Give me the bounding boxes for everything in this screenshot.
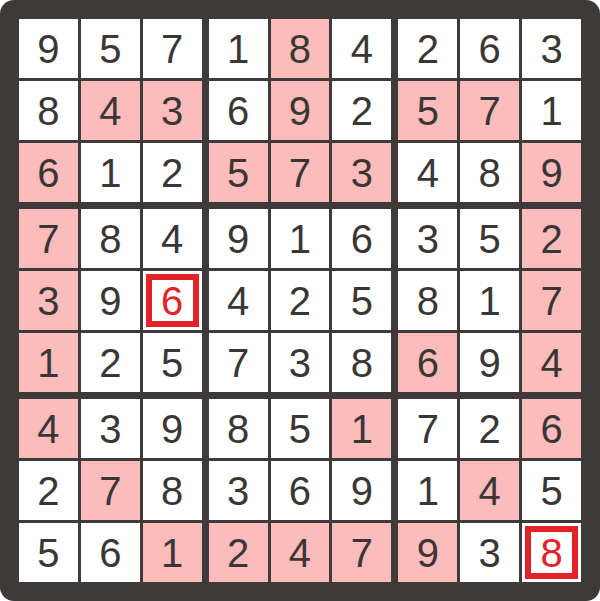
cell-r9c6[interactable]: 7 xyxy=(332,523,391,582)
box-6: 352817694 xyxy=(398,209,581,392)
digit: 5 xyxy=(479,219,501,259)
digit: 3 xyxy=(540,29,562,69)
digit: 7 xyxy=(99,471,121,511)
cell-r7c9[interactable]: 6 xyxy=(522,399,581,458)
cell-r6c6[interactable]: 8 xyxy=(332,333,391,392)
digit: 9 xyxy=(417,533,439,573)
cell-r3c4[interactable]: 5 xyxy=(209,143,268,202)
digit: 4 xyxy=(227,281,249,321)
digit: 8 xyxy=(161,471,183,511)
box-2: 184692573 xyxy=(209,19,392,202)
digit: 1 xyxy=(227,29,249,69)
digit: 2 xyxy=(161,153,183,193)
cell-r5c3[interactable]: 6 xyxy=(143,271,202,330)
cell-r8c4[interactable]: 3 xyxy=(209,461,268,520)
cell-r3c8[interactable]: 8 xyxy=(460,143,519,202)
digit: 5 xyxy=(351,281,373,321)
digit: 8 xyxy=(99,219,121,259)
cell-r2c2[interactable]: 4 xyxy=(81,81,140,140)
cell-r9c5[interactable]: 4 xyxy=(271,523,330,582)
digit: 9 xyxy=(289,91,311,131)
cell-r7c2[interactable]: 3 xyxy=(81,399,140,458)
digit: 2 xyxy=(479,409,501,449)
cell-r4c6[interactable]: 6 xyxy=(332,209,391,268)
cell-r7c5[interactable]: 5 xyxy=(271,399,330,458)
cell-r2c8[interactable]: 7 xyxy=(460,81,519,140)
digit: 9 xyxy=(99,281,121,321)
cell-r6c5[interactable]: 3 xyxy=(271,333,330,392)
cell-r4c7[interactable]: 3 xyxy=(398,209,457,268)
digit: 4 xyxy=(351,29,373,69)
digit: 2 xyxy=(227,533,249,573)
digit: 6 xyxy=(540,409,562,449)
cell-r3c2[interactable]: 1 xyxy=(81,143,140,202)
digit: 5 xyxy=(540,471,562,511)
digit: 7 xyxy=(227,343,249,383)
digit: 1 xyxy=(351,409,373,449)
cell-r2c9[interactable]: 1 xyxy=(522,81,581,140)
cell-r1c1[interactable]: 9 xyxy=(19,19,78,78)
digit: 9 xyxy=(227,219,249,259)
cell-r9c3[interactable]: 1 xyxy=(143,523,202,582)
cell-r9c2[interactable]: 6 xyxy=(81,523,140,582)
digit: 3 xyxy=(417,219,439,259)
digit: 7 xyxy=(351,533,373,573)
cell-r2c3[interactable]: 3 xyxy=(143,81,202,140)
digit: 3 xyxy=(289,343,311,383)
cell-r1c2[interactable]: 5 xyxy=(81,19,140,78)
cell-r9c9[interactable]: 8 xyxy=(522,523,581,582)
digit: 3 xyxy=(37,281,59,321)
cell-r6c7[interactable]: 6 xyxy=(398,333,457,392)
cell-r1c5[interactable]: 8 xyxy=(271,19,330,78)
cell-r6c3[interactable]: 5 xyxy=(143,333,202,392)
cell-r3c3[interactable]: 2 xyxy=(143,143,202,202)
cell-r5c5[interactable]: 2 xyxy=(271,271,330,330)
cell-r8c6[interactable]: 9 xyxy=(332,461,391,520)
cell-r8c8[interactable]: 4 xyxy=(460,461,519,520)
digit: 6 xyxy=(417,343,439,383)
cell-r9c4[interactable]: 2 xyxy=(209,523,268,582)
cell-r5c6[interactable]: 5 xyxy=(332,271,391,330)
cell-r7c6[interactable]: 1 xyxy=(332,399,391,458)
cell-r2c7[interactable]: 5 xyxy=(398,81,457,140)
digit: 6 xyxy=(351,219,373,259)
digit: 3 xyxy=(351,153,373,193)
cell-r9c8[interactable]: 3 xyxy=(460,523,519,582)
digit: 4 xyxy=(37,409,59,449)
digit: 9 xyxy=(351,471,373,511)
cell-r3c5[interactable]: 7 xyxy=(271,143,330,202)
digit: 6 xyxy=(479,29,501,69)
digit: 2 xyxy=(37,471,59,511)
digit: 6 xyxy=(99,533,121,573)
digit: 6 xyxy=(161,281,183,321)
digit: 3 xyxy=(99,409,121,449)
sudoku-board: 9578436121846925732635714897843961259164… xyxy=(0,0,600,601)
cell-r1c8[interactable]: 6 xyxy=(460,19,519,78)
cell-r4c5[interactable]: 1 xyxy=(271,209,330,268)
cell-r7c3[interactable]: 9 xyxy=(143,399,202,458)
digit: 2 xyxy=(289,281,311,321)
digit: 4 xyxy=(540,343,562,383)
cell-r8c3[interactable]: 8 xyxy=(143,461,202,520)
cell-r5c9[interactable]: 7 xyxy=(522,271,581,330)
digit: 5 xyxy=(289,409,311,449)
box-3: 263571489 xyxy=(398,19,581,202)
digit: 8 xyxy=(37,91,59,131)
cell-r6c8[interactable]: 9 xyxy=(460,333,519,392)
digit: 4 xyxy=(417,153,439,193)
cell-r3c6[interactable]: 3 xyxy=(332,143,391,202)
cell-r6c4[interactable]: 7 xyxy=(209,333,268,392)
cell-r8c7[interactable]: 1 xyxy=(398,461,457,520)
digit: 2 xyxy=(540,219,562,259)
box-1: 957843612 xyxy=(19,19,202,202)
cell-r5c2[interactable]: 9 xyxy=(81,271,140,330)
cell-r5c4[interactable]: 4 xyxy=(209,271,268,330)
digit: 2 xyxy=(99,343,121,383)
cell-r5c8[interactable]: 1 xyxy=(460,271,519,330)
cell-r1c6[interactable]: 4 xyxy=(332,19,391,78)
cell-r1c3[interactable]: 7 xyxy=(143,19,202,78)
box-9: 726145938 xyxy=(398,399,581,582)
digit: 8 xyxy=(479,153,501,193)
cell-r4c4[interactable]: 9 xyxy=(209,209,268,268)
box-7: 439278561 xyxy=(19,399,202,582)
digit: 8 xyxy=(540,533,562,573)
digit: 4 xyxy=(479,471,501,511)
digit: 6 xyxy=(289,471,311,511)
cell-r2c4[interactable]: 6 xyxy=(209,81,268,140)
cell-r4c9[interactable]: 2 xyxy=(522,209,581,268)
digit: 3 xyxy=(479,533,501,573)
cell-r9c7[interactable]: 9 xyxy=(398,523,457,582)
digit: 7 xyxy=(161,29,183,69)
digit: 7 xyxy=(540,281,562,321)
cell-r7c8[interactable]: 2 xyxy=(460,399,519,458)
cell-r7c1[interactable]: 4 xyxy=(19,399,78,458)
digit: 1 xyxy=(289,219,311,259)
digit: 9 xyxy=(479,343,501,383)
digit: 1 xyxy=(161,533,183,573)
digit: 5 xyxy=(227,153,249,193)
cell-r8c5[interactable]: 6 xyxy=(271,461,330,520)
cell-r2c1[interactable]: 8 xyxy=(19,81,78,140)
digit: 1 xyxy=(37,343,59,383)
digit: 8 xyxy=(227,409,249,449)
digit: 5 xyxy=(161,343,183,383)
digit: 5 xyxy=(99,29,121,69)
digit: 4 xyxy=(99,91,121,131)
digit: 7 xyxy=(289,153,311,193)
cell-r4c8[interactable]: 5 xyxy=(460,209,519,268)
digit: 9 xyxy=(161,409,183,449)
digit: 4 xyxy=(289,533,311,573)
cell-r7c7[interactable]: 7 xyxy=(398,399,457,458)
digit: 1 xyxy=(540,91,562,131)
cell-r6c1[interactable]: 1 xyxy=(19,333,78,392)
digit: 7 xyxy=(479,91,501,131)
cell-r2c6[interactable]: 2 xyxy=(332,81,391,140)
cell-r1c9[interactable]: 3 xyxy=(522,19,581,78)
cell-r8c2[interactable]: 7 xyxy=(81,461,140,520)
cell-r3c1[interactable]: 6 xyxy=(19,143,78,202)
box-5: 916425738 xyxy=(209,209,392,392)
cell-r5c7[interactable]: 8 xyxy=(398,271,457,330)
cell-r2c5[interactable]: 9 xyxy=(271,81,330,140)
digit: 1 xyxy=(99,153,121,193)
digit: 9 xyxy=(37,29,59,69)
cell-r1c7[interactable]: 2 xyxy=(398,19,457,78)
cell-r5c1[interactable]: 3 xyxy=(19,271,78,330)
digit: 4 xyxy=(161,219,183,259)
cell-r3c9[interactable]: 9 xyxy=(522,143,581,202)
cell-r4c1[interactable]: 7 xyxy=(19,209,78,268)
cell-r1c4[interactable]: 1 xyxy=(209,19,268,78)
digit: 8 xyxy=(289,29,311,69)
digit: 1 xyxy=(417,471,439,511)
cell-r3c7[interactable]: 4 xyxy=(398,143,457,202)
cell-r6c2[interactable]: 2 xyxy=(81,333,140,392)
digit: 2 xyxy=(351,91,373,131)
cell-r9c1[interactable]: 5 xyxy=(19,523,78,582)
cell-r8c1[interactable]: 2 xyxy=(19,461,78,520)
digit: 3 xyxy=(227,471,249,511)
cell-r4c2[interactable]: 8 xyxy=(81,209,140,268)
cell-r7c4[interactable]: 8 xyxy=(209,399,268,458)
box-4: 784396125 xyxy=(19,209,202,392)
digit: 1 xyxy=(479,281,501,321)
digit: 5 xyxy=(37,533,59,573)
digit: 3 xyxy=(161,91,183,131)
digit: 6 xyxy=(227,91,249,131)
digit: 7 xyxy=(417,409,439,449)
digit: 9 xyxy=(540,153,562,193)
cell-r8c9[interactable]: 5 xyxy=(522,461,581,520)
cell-r4c3[interactable]: 4 xyxy=(143,209,202,268)
digit: 7 xyxy=(37,219,59,259)
box-8: 851369247 xyxy=(209,399,392,582)
cell-r6c9[interactable]: 4 xyxy=(522,333,581,392)
digit: 5 xyxy=(417,91,439,131)
digit: 2 xyxy=(417,29,439,69)
digit: 8 xyxy=(351,343,373,383)
digit: 8 xyxy=(417,281,439,321)
digit: 6 xyxy=(37,153,59,193)
